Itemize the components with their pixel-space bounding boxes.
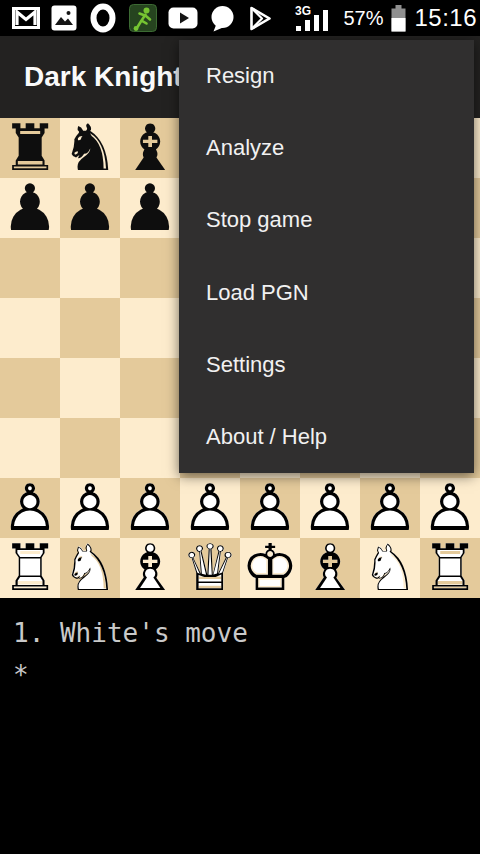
square-a4[interactable] [0, 358, 60, 418]
white-pawn-fill: ♟ [300, 478, 360, 538]
white-pawn: ♙ [240, 478, 300, 538]
white-pawn-fill: ♟ [180, 478, 240, 538]
square-a6[interactable] [0, 238, 60, 298]
signal-strength-icon: 3G [294, 4, 336, 32]
white-pawn-fill: ♟ [60, 478, 120, 538]
square-e2[interactable]: ♟♙ [240, 478, 300, 538]
black-pawn: ♟ [0, 178, 60, 238]
move-text-line: 1. White's move [13, 612, 480, 654]
square-d2[interactable]: ♟♙ [180, 478, 240, 538]
square-b2[interactable]: ♟♙ [60, 478, 120, 538]
square-a7[interactable]: ♟ [0, 178, 60, 238]
play-store-icon [247, 5, 274, 32]
black-rook: ♜ [0, 118, 60, 178]
white-pawn: ♙ [300, 478, 360, 538]
square-b5[interactable] [60, 298, 120, 358]
square-b8[interactable]: ♞ [60, 118, 120, 178]
white-bishop-fill: ♝ [300, 538, 360, 598]
white-knight-fill: ♞ [60, 538, 120, 598]
white-pawn-fill: ♟ [120, 478, 180, 538]
square-f2[interactable]: ♟♙ [300, 478, 360, 538]
square-b3[interactable] [60, 418, 120, 478]
square-c8[interactable]: ♝ [120, 118, 180, 178]
clock-text: 15:16 [414, 4, 477, 32]
black-bishop: ♝ [120, 118, 180, 178]
white-pawn-fill: ♟ [420, 478, 480, 538]
opera-icon [88, 3, 118, 33]
menu-item-load-pgn[interactable]: Load PGN [179, 257, 474, 329]
square-h1[interactable]: ♜♖ [420, 538, 480, 598]
phone-screen: 3G 57% 15:16 Dark Knight ♜♞♝♛♚♝♞♜♟♟♟♟♟♟♟… [0, 0, 480, 854]
square-b7[interactable]: ♟ [60, 178, 120, 238]
square-c5[interactable] [120, 298, 180, 358]
white-pawn: ♙ [0, 478, 60, 538]
chat-icon [209, 5, 236, 32]
square-c6[interactable] [120, 238, 180, 298]
svg-text:3G: 3G [295, 4, 311, 18]
square-c7[interactable]: ♟ [120, 178, 180, 238]
white-pawn-fill: ♟ [360, 478, 420, 538]
square-e1[interactable]: ♚♔ [240, 538, 300, 598]
white-bishop: ♗ [120, 538, 180, 598]
square-b1[interactable]: ♞♘ [60, 538, 120, 598]
white-bishop: ♗ [300, 538, 360, 598]
square-a1[interactable]: ♜♖ [0, 538, 60, 598]
white-knight-fill: ♞ [360, 538, 420, 598]
status-bar: 3G 57% 15:16 [0, 0, 480, 36]
square-b4[interactable] [60, 358, 120, 418]
black-pawn: ♟ [60, 178, 120, 238]
square-a2[interactable]: ♟♙ [0, 478, 60, 538]
white-knight: ♘ [360, 538, 420, 598]
square-g1[interactable]: ♞♘ [360, 538, 420, 598]
menu-item-stop-game[interactable]: Stop game [179, 184, 474, 256]
square-c3[interactable] [120, 418, 180, 478]
square-a3[interactable] [0, 418, 60, 478]
white-queen: ♕ [180, 538, 240, 598]
menu-item-about-help[interactable]: About / Help [179, 401, 474, 473]
white-knight: ♘ [60, 538, 120, 598]
square-d1[interactable]: ♛♕ [180, 538, 240, 598]
square-c2[interactable]: ♟♙ [120, 478, 180, 538]
white-king-fill: ♚ [240, 538, 300, 598]
black-knight: ♞ [60, 118, 120, 178]
square-g2[interactable]: ♟♙ [360, 478, 420, 538]
square-c4[interactable] [120, 358, 180, 418]
gallery-icon [51, 5, 77, 31]
square-h2[interactable]: ♟♙ [420, 478, 480, 538]
white-queen-fill: ♛ [180, 538, 240, 598]
white-bishop-fill: ♝ [120, 538, 180, 598]
move-text-line: * [13, 654, 480, 696]
white-pawn-fill: ♟ [0, 478, 60, 538]
white-pawn: ♙ [180, 478, 240, 538]
app-title: Dark Knight [24, 61, 183, 93]
status-indicators: 3G 57% 15:16 [294, 4, 480, 32]
square-b6[interactable] [60, 238, 120, 298]
square-f1[interactable]: ♝♗ [300, 538, 360, 598]
menu-item-settings[interactable]: Settings [179, 329, 474, 401]
square-c1[interactable]: ♝♗ [120, 538, 180, 598]
white-rook-fill: ♜ [0, 538, 60, 598]
white-rook: ♖ [0, 538, 60, 598]
white-king: ♔ [240, 538, 300, 598]
gmail-icon [12, 7, 40, 29]
menu-item-resign[interactable]: Resign [179, 40, 474, 112]
white-pawn: ♙ [120, 478, 180, 538]
soccer-app-icon [129, 4, 157, 32]
white-rook-fill: ♜ [420, 538, 480, 598]
battery-icon [390, 5, 407, 32]
notification-icons [0, 3, 274, 33]
menu-item-analyze[interactable]: Analyze [179, 112, 474, 184]
white-rook: ♖ [420, 538, 480, 598]
youtube-icon [168, 7, 198, 29]
white-pawn-fill: ♟ [240, 478, 300, 538]
white-pawn: ♙ [60, 478, 120, 538]
white-pawn: ♙ [360, 478, 420, 538]
move-list-panel: 1. White's move* [0, 598, 480, 854]
battery-percent-text: 57% [343, 7, 383, 30]
options-menu: ResignAnalyzeStop gameLoad PGNSettingsAb… [179, 40, 474, 473]
black-pawn: ♟ [120, 178, 180, 238]
square-a5[interactable] [0, 298, 60, 358]
square-a8[interactable]: ♜ [0, 118, 60, 178]
white-pawn: ♙ [420, 478, 480, 538]
